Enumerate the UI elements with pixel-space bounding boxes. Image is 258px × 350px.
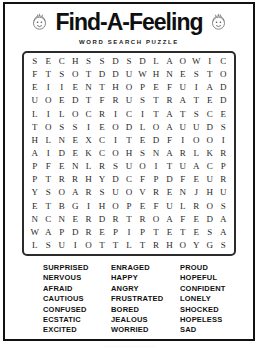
- grid-cell: E: [68, 147, 81, 160]
- grid-cell: H: [95, 199, 108, 212]
- word-search-grid: SECHSSDSDLAOWICFTSOTDDUWHNESTOEIIENTHOPE…: [22, 51, 236, 256]
- grid-cell: S: [55, 68, 68, 81]
- grid-cell: R: [163, 94, 176, 107]
- grid-cell: R: [149, 186, 162, 199]
- grid-cell: T: [82, 94, 95, 107]
- grid-cell: U: [55, 239, 68, 252]
- grid-cell: U: [190, 121, 203, 134]
- grid-cell: C: [122, 173, 135, 186]
- grid-cell: I: [203, 55, 216, 68]
- word-list-item: LONELY: [180, 294, 226, 304]
- grid-cell: E: [68, 81, 81, 94]
- grid-cell: O: [109, 121, 122, 134]
- grid-cell: S: [41, 186, 54, 199]
- grid-cell: D: [122, 121, 135, 134]
- grid-cell: O: [55, 186, 68, 199]
- grid-cell: F: [95, 94, 108, 107]
- grid-cell: P: [28, 160, 41, 173]
- grid-cell: A: [41, 226, 54, 239]
- grid-cell: V: [136, 186, 149, 199]
- grid-cell: U: [122, 160, 135, 173]
- grid-cell: S: [41, 239, 54, 252]
- grid-cell: O: [136, 160, 149, 173]
- grid-cell: H: [82, 173, 95, 186]
- grid-cell: E: [190, 226, 203, 239]
- grid-cell: T: [95, 239, 108, 252]
- grid-cell: I: [190, 81, 203, 94]
- grid-cell: O: [203, 199, 216, 212]
- grid-cell: E: [68, 213, 81, 226]
- grid-cell: I: [41, 147, 54, 160]
- grid-cell: L: [190, 147, 203, 160]
- grid-cell: O: [122, 81, 135, 94]
- word-list-item: HOPEFUL: [180, 273, 226, 283]
- grid-cell: T: [176, 108, 189, 121]
- grid-cell: S: [203, 226, 216, 239]
- grid-cell: O: [217, 68, 230, 81]
- grid-cell: A: [217, 226, 230, 239]
- word-list-item: CONFUSED: [43, 305, 89, 315]
- word-list-item: SAD: [180, 325, 226, 335]
- grid-cell: H: [122, 147, 135, 160]
- page-title: Find-A-Feeling: [56, 11, 203, 34]
- grid-cell: C: [55, 55, 68, 68]
- grid-cell: T: [109, 239, 122, 252]
- grid-cell: D: [68, 226, 81, 239]
- grid-cell: R: [109, 213, 122, 226]
- grid-cell: S: [217, 199, 230, 212]
- grid-cell: Y: [28, 186, 41, 199]
- grid-cell: O: [82, 239, 95, 252]
- grid-cell: Y: [190, 239, 203, 252]
- word-list-column: PROUDHOPEFULCONFIDENTLONELYSHOCKEDHOPELE…: [180, 263, 226, 336]
- grid-cell: U: [163, 199, 176, 212]
- grid-cell: N: [163, 68, 176, 81]
- grid-cell: R: [136, 213, 149, 226]
- grid-cell: L: [122, 239, 135, 252]
- grid-cell: E: [41, 55, 54, 68]
- grid-cell: F: [176, 213, 189, 226]
- grid-cell: O: [190, 134, 203, 147]
- word-list-item: WORRIED: [111, 325, 163, 335]
- grid-cell: F: [176, 173, 189, 186]
- word-list-column: ENRAGEDHAPPYANGRYFRUSTRATEDBOREDJEALOUSW…: [111, 263, 163, 336]
- grid-cell: E: [203, 94, 216, 107]
- grid-cell: K: [203, 147, 216, 160]
- word-list-item: BORED: [111, 305, 163, 315]
- grid-cell: D: [109, 173, 122, 186]
- grid-cell: D: [95, 213, 108, 226]
- grid-cell: D: [136, 55, 149, 68]
- grid-cell: U: [176, 121, 189, 134]
- grid-cell: I: [109, 108, 122, 121]
- grid-cell: D: [68, 94, 81, 107]
- grid-cell: R: [217, 173, 230, 186]
- grid-cell: T: [149, 226, 162, 239]
- grid-cell: H: [109, 81, 122, 94]
- grid-cell: S: [82, 55, 95, 68]
- copyright-watermark: ·····························: [0, 344, 258, 349]
- grid-cell: D: [55, 147, 68, 160]
- kid-face-icon-left: [30, 12, 49, 32]
- grid-cell: R: [68, 173, 81, 186]
- grid-cell: I: [122, 226, 135, 239]
- grid-cell: I: [55, 81, 68, 94]
- grid-cell: P: [109, 226, 122, 239]
- grid-cell: T: [82, 68, 95, 81]
- word-list-item: JEALOUS: [111, 315, 163, 325]
- grid-cell: A: [163, 213, 176, 226]
- word-list-column: SURPRISEDNERVOUSAFRAIDCAUTIOUSCONFUSEDEC…: [43, 263, 89, 336]
- grid-cell: T: [41, 173, 54, 186]
- grid-cell: L: [41, 134, 54, 147]
- grid-cell: T: [122, 213, 135, 226]
- grid-cell: D: [217, 94, 230, 107]
- grid-cell: E: [136, 134, 149, 147]
- grid-cell: S: [122, 55, 135, 68]
- grid-cell: T: [149, 108, 162, 121]
- grid-cell: G: [203, 239, 216, 252]
- grid-cell: H: [28, 134, 41, 147]
- grid-cell: U: [122, 94, 135, 107]
- word-list-item: ANGRY: [111, 284, 163, 294]
- grid-cell: C: [95, 147, 108, 160]
- grid-cell: U: [122, 68, 135, 81]
- grid-cell: I: [41, 108, 54, 121]
- grid-cell: D: [95, 68, 108, 81]
- grid-cell: R: [190, 199, 203, 212]
- grid-cell: I: [68, 239, 81, 252]
- grid-cell: S: [68, 121, 81, 134]
- grid-cell: D: [149, 134, 162, 147]
- word-list-item: SHOCKED: [180, 305, 226, 315]
- grid-cell: F: [163, 81, 176, 94]
- grid-cell: L: [149, 55, 162, 68]
- grid-cell: D: [109, 68, 122, 81]
- grid-cell: C: [203, 108, 216, 121]
- grid-cell: A: [163, 108, 176, 121]
- grid-cell: R: [95, 108, 108, 121]
- grid-cell: T: [95, 81, 108, 94]
- grid-cell: E: [217, 108, 230, 121]
- grid-cell: L: [82, 160, 95, 173]
- grid-cell: U: [217, 186, 230, 199]
- grid-cell: E: [28, 199, 41, 212]
- word-list-item: HAPPY: [111, 273, 163, 283]
- grid-cell: E: [163, 226, 176, 239]
- grid-cell: L: [55, 108, 68, 121]
- grid-cell: C: [95, 134, 108, 147]
- grid-cell: S: [136, 147, 149, 160]
- grid-cell: U: [176, 160, 189, 173]
- grid-cell: O: [176, 239, 189, 252]
- word-list-item: EXCITED: [43, 325, 89, 335]
- grid-cell: P: [136, 81, 149, 94]
- grid-cell: P: [217, 160, 230, 173]
- grid-cell: S: [95, 186, 108, 199]
- grid-cell: C: [203, 160, 216, 173]
- grid-cell: R: [82, 213, 95, 226]
- grid-cell: W: [28, 226, 41, 239]
- grid-cell: W: [136, 68, 149, 81]
- grid-cell: S: [55, 121, 68, 134]
- grid-cell: O: [41, 121, 54, 134]
- grid-cell: S: [217, 121, 230, 134]
- grid-cell: P: [149, 173, 162, 186]
- grid-cell: E: [190, 173, 203, 186]
- grid-cell: D: [217, 81, 230, 94]
- grid-cell: U: [203, 173, 216, 186]
- grid-cell: S: [109, 160, 122, 173]
- word-list: SURPRISEDNERVOUSAFRAIDCAUTIOUSCONFUSEDEC…: [5, 263, 253, 339]
- grid-cell: S: [95, 55, 108, 68]
- grid-cell: E: [136, 199, 149, 212]
- grid-cell: F: [41, 160, 54, 173]
- grid-cell: A: [28, 147, 41, 160]
- grid-cell: N: [176, 186, 189, 199]
- grid-cell: L: [176, 199, 189, 212]
- grid-cell: F: [163, 134, 176, 147]
- grid-cell: O: [122, 186, 135, 199]
- grid-cell: E: [149, 81, 162, 94]
- grid-cell: T: [163, 160, 176, 173]
- word-list-item: ECSTATIC: [43, 315, 89, 325]
- grid-cell: D: [163, 173, 176, 186]
- grid-cell: I: [149, 160, 162, 173]
- grid-cell: E: [176, 68, 189, 81]
- grid-cell: L: [28, 239, 41, 252]
- grid-cell: F: [136, 173, 149, 186]
- grid-cell: R: [82, 226, 95, 239]
- grid-cell: A: [203, 81, 216, 94]
- grid-cell: I: [109, 134, 122, 147]
- grid-cell: N: [149, 147, 162, 160]
- grid-cell: Y: [95, 173, 108, 186]
- header: Find-A-Feeling: [5, 9, 253, 35]
- grid-cell: A: [163, 147, 176, 160]
- word-list-item: PROUD: [180, 263, 226, 273]
- grid-cell: R: [176, 147, 189, 160]
- grid-cell: C: [122, 108, 135, 121]
- kid-face-icon-right: [209, 12, 228, 32]
- grid-cell: E: [190, 213, 203, 226]
- grid-cell: T: [149, 94, 162, 107]
- grid-cell: E: [95, 121, 108, 134]
- grid-cell: P: [55, 226, 68, 239]
- grid-cell: R: [82, 186, 95, 199]
- subtitle: WORD SEARCH PUZZLE: [5, 39, 253, 45]
- grid-cell: A: [163, 55, 176, 68]
- grid-cell: I: [176, 134, 189, 147]
- grid-cell: N: [82, 81, 95, 94]
- word-list-item: ENRAGED: [111, 263, 163, 273]
- grid-cell: T: [136, 239, 149, 252]
- word-list-item: AFRAID: [43, 284, 89, 294]
- grid-cell: H: [163, 239, 176, 252]
- grid-cell: X: [82, 134, 95, 147]
- word-list-item: CONFIDENT: [180, 284, 226, 294]
- grid-cell: O: [176, 55, 189, 68]
- grid-cell: O: [41, 94, 54, 107]
- grid-cell: G: [68, 199, 81, 212]
- grid-cell: T: [176, 226, 189, 239]
- grid-cell: O: [203, 134, 216, 147]
- grid-cell: C: [41, 213, 54, 226]
- grid-cell: C: [82, 108, 95, 121]
- worksheet-frame: Find-A-Feeling WORD SEARCH PUZZLE SECHSS…: [3, 2, 255, 341]
- word-list-item: NERVOUS: [43, 273, 89, 283]
- grid-cell: I: [217, 134, 230, 147]
- grid-cell: D: [203, 121, 216, 134]
- grid-cell: F: [28, 68, 41, 81]
- grid-cell: A: [68, 186, 81, 199]
- grid-cell: P: [122, 199, 135, 212]
- grid-cell: E: [95, 226, 108, 239]
- grid-cell: F: [149, 199, 162, 212]
- grid-cell: O: [149, 121, 162, 134]
- grid-cell: T: [41, 199, 54, 212]
- grid-cell: H: [149, 68, 162, 81]
- grid-cell: O: [109, 147, 122, 160]
- grid-cell: O: [68, 108, 81, 121]
- grid-cell: K: [82, 147, 95, 160]
- grid-cell: U: [28, 94, 41, 107]
- grid-cell: P: [136, 226, 149, 239]
- grid-cell: E: [55, 94, 68, 107]
- grid-cell: T: [190, 94, 203, 107]
- grid-cell: T: [41, 68, 54, 81]
- grid-cell: C: [217, 55, 230, 68]
- grid-cell: O: [109, 199, 122, 212]
- grid-cell: R: [109, 94, 122, 107]
- grid-cell: P: [28, 173, 41, 186]
- grid-cell: N: [68, 160, 81, 173]
- grid-cell: N: [55, 213, 68, 226]
- grid-cell: R: [149, 239, 162, 252]
- grid-cell: A: [163, 121, 176, 134]
- grid-cell: T: [28, 121, 41, 134]
- grid-cell: E: [28, 81, 41, 94]
- grid-cell: U: [109, 186, 122, 199]
- grid-cell: A: [217, 213, 230, 226]
- grid-cell: H: [203, 186, 216, 199]
- grid-cell: S: [28, 55, 41, 68]
- grid-cell: R: [95, 160, 108, 173]
- word-list-item: FRUSTRATED: [111, 294, 163, 304]
- grid-cell: L: [28, 108, 41, 121]
- grid-cell: S: [190, 108, 203, 121]
- grid-cell: O: [68, 68, 81, 81]
- grid-cell: L: [136, 121, 149, 134]
- word-list-item: CAUTIOUS: [43, 294, 89, 304]
- grid-cell: J: [190, 186, 203, 199]
- grid-cell: R: [55, 173, 68, 186]
- grid-cell: D: [109, 55, 122, 68]
- grid-cell: T: [122, 134, 135, 147]
- grid-cell: U: [176, 81, 189, 94]
- grid-cell: B: [55, 199, 68, 212]
- grid-cell: I: [82, 199, 95, 212]
- grid-cell: T: [203, 68, 216, 81]
- grid-cell: E: [55, 160, 68, 173]
- grid-cell: W: [190, 55, 203, 68]
- grid-cell: O: [149, 213, 162, 226]
- word-list-item: HOPELESS: [180, 315, 226, 325]
- grid-cell: R: [217, 147, 230, 160]
- grid-cell: H: [68, 55, 81, 68]
- grid-cell: A: [190, 160, 203, 173]
- grid-cell: D: [203, 213, 216, 226]
- grid-cell: N: [28, 213, 41, 226]
- grid-cell: S: [190, 68, 203, 81]
- grid-cell: E: [68, 134, 81, 147]
- grid-cell: I: [82, 121, 95, 134]
- grid-cell: S: [136, 94, 149, 107]
- grid-cell: E: [163, 186, 176, 199]
- word-list-item: SURPRISED: [43, 263, 89, 273]
- grid-cell: S: [217, 239, 230, 252]
- grid-cell: N: [55, 134, 68, 147]
- grid-cell: I: [136, 108, 149, 121]
- grid-cell: A: [176, 94, 189, 107]
- grid-cell: I: [41, 81, 54, 94]
